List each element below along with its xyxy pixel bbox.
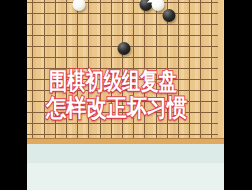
board-cell[interactable] (95, 30, 106, 41)
board-cell[interactable] (195, 52, 206, 63)
board-cell[interactable] (139, 0, 150, 8)
board-cell[interactable] (61, 19, 72, 30)
board-cell[interactable] (39, 41, 50, 52)
board-cell[interactable] (184, 8, 195, 19)
board-cell[interactable] (139, 30, 150, 41)
board-cell[interactable] (128, 0, 139, 8)
board-cell[interactable] (39, 52, 50, 63)
board-cell[interactable] (83, 30, 94, 41)
board-cell[interactable] (50, 41, 61, 52)
board-cell[interactable] (184, 19, 195, 30)
board-cell[interactable] (61, 30, 72, 41)
board-cell[interactable] (27, 41, 38, 52)
board-cell[interactable] (83, 8, 94, 19)
letterbox-right (224, 0, 252, 190)
board-cell[interactable] (195, 8, 206, 19)
board-cell[interactable] (162, 52, 173, 63)
board-cell[interactable] (50, 52, 61, 63)
board-cell[interactable] (195, 30, 206, 41)
board-cell[interactable] (27, 30, 38, 41)
board-cell[interactable] (184, 30, 195, 41)
board-cell[interactable] (128, 30, 139, 41)
video-frame: 围棋初级组复盘 怎样改正坏习惯 (0, 0, 252, 190)
board-cell[interactable] (61, 8, 72, 19)
board-cell[interactable] (139, 41, 150, 52)
board-cell[interactable] (95, 41, 106, 52)
board-bottom-edge (27, 138, 224, 144)
board-cell[interactable] (184, 52, 195, 63)
caption-line-2: 怎样改正坏习惯 (46, 95, 190, 122)
board-cell[interactable] (117, 0, 128, 8)
board-cell[interactable] (50, 8, 61, 19)
board-cell[interactable] (162, 8, 173, 19)
board-cell[interactable] (195, 19, 206, 30)
board-cell[interactable] (173, 19, 184, 30)
board-cell[interactable] (150, 30, 161, 41)
board-cell[interactable] (27, 19, 38, 30)
board-cell[interactable] (50, 0, 61, 8)
board-cell[interactable] (184, 41, 195, 52)
board-cell[interactable] (27, 8, 38, 19)
board-cell[interactable] (27, 52, 38, 63)
board-cell[interactable] (61, 41, 72, 52)
board-cell[interactable] (117, 19, 128, 30)
board-cell[interactable] (72, 19, 83, 30)
black-stone (162, 9, 175, 22)
board-cell[interactable] (39, 0, 50, 8)
board-cell[interactable] (95, 52, 106, 63)
board-cell[interactable] (27, 96, 38, 107)
board-cell[interactable] (106, 41, 117, 52)
board-cell[interactable] (206, 30, 217, 41)
caption-overlay: 围棋初级组复盘 怎样改正坏习惯 (46, 68, 217, 122)
board-cell[interactable] (39, 8, 50, 19)
board-cell[interactable] (106, 8, 117, 19)
board-cell[interactable] (206, 52, 217, 63)
board-cell[interactable] (61, 0, 72, 8)
board-cell[interactable] (72, 41, 83, 52)
board-cell[interactable] (117, 30, 128, 41)
board-cell[interactable] (95, 8, 106, 19)
board-cell[interactable] (206, 41, 217, 52)
board-cell[interactable] (106, 19, 117, 30)
board-cell[interactable] (83, 41, 94, 52)
board-cell[interactable] (206, 8, 217, 19)
board-cell[interactable] (27, 63, 38, 74)
background-lower (27, 163, 224, 190)
board-cell[interactable] (72, 52, 83, 63)
board-cell[interactable] (162, 30, 173, 41)
board-cell[interactable] (27, 85, 38, 96)
board-cell[interactable] (206, 0, 217, 8)
board-cell[interactable] (27, 74, 38, 85)
board-cell[interactable] (173, 0, 184, 8)
board-cell[interactable] (150, 0, 161, 8)
caption-line-1: 围棋初级组复盘 (49, 68, 177, 95)
board-cell[interactable] (139, 52, 150, 63)
board-cell[interactable] (128, 8, 139, 19)
board-cell[interactable] (106, 52, 117, 63)
board-cell[interactable] (173, 52, 184, 63)
background-upper (27, 144, 224, 163)
board-cell[interactable] (128, 52, 139, 63)
letterbox-left (0, 0, 27, 190)
board-cell[interactable] (39, 30, 50, 41)
board-cell[interactable] (72, 30, 83, 41)
black-stone (117, 42, 130, 55)
board-cell[interactable] (72, 0, 83, 8)
board-cell[interactable] (106, 30, 117, 41)
board-cell[interactable] (83, 19, 94, 30)
board-cell[interactable] (162, 41, 173, 52)
board-cell[interactable] (83, 52, 94, 63)
board-cell[interactable] (139, 19, 150, 30)
board-cell[interactable] (206, 19, 217, 30)
board-cell[interactable] (27, 118, 38, 129)
board-cell[interactable] (39, 19, 50, 30)
board-cell[interactable] (27, 0, 38, 8)
board-cell[interactable] (61, 52, 72, 63)
board-cell[interactable] (173, 30, 184, 41)
board-cell[interactable] (150, 19, 161, 30)
board-cell[interactable] (50, 30, 61, 41)
board-cell[interactable] (150, 41, 161, 52)
board-cell[interactable] (184, 0, 195, 8)
board-cell[interactable] (195, 0, 206, 8)
board-cell[interactable] (173, 41, 184, 52)
board-cell[interactable] (50, 19, 61, 30)
board-cell[interactable] (117, 41, 128, 52)
board-cell[interactable] (128, 19, 139, 30)
board-cell[interactable] (195, 41, 206, 52)
board-cell[interactable] (95, 0, 106, 8)
board-cell[interactable] (106, 0, 117, 8)
board-cell[interactable] (27, 107, 38, 118)
board-cell[interactable] (117, 8, 128, 19)
board-cell[interactable] (150, 52, 161, 63)
board-cell[interactable] (95, 19, 106, 30)
